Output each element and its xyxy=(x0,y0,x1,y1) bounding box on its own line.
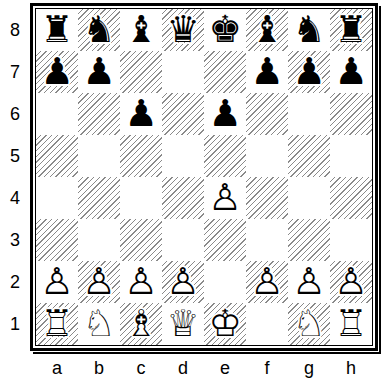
square-b3[interactable] xyxy=(78,219,120,261)
white-pawn-icon: ♟♙ xyxy=(78,261,120,303)
file-label-h: h xyxy=(330,355,372,381)
rank-label-8: 8 xyxy=(0,9,30,51)
square-a3[interactable] xyxy=(36,219,78,261)
square-a8[interactable]: ♜♜ xyxy=(36,9,78,51)
black-pawn-icon: ♟♟ xyxy=(78,51,120,93)
file-labels: abcdefgh xyxy=(30,355,378,381)
square-g8[interactable]: ♞♞ xyxy=(288,9,330,51)
white-rook-icon: ♜♖ xyxy=(36,303,78,345)
square-e1[interactable]: ♚♔ xyxy=(204,303,246,345)
rank-label-3: 3 xyxy=(0,219,30,261)
rank-label-1: 1 xyxy=(0,303,30,345)
square-g1[interactable]: ♞♘ xyxy=(288,303,330,345)
square-d2[interactable]: ♟♙ xyxy=(162,261,204,303)
white-pawn-icon: ♟♙ xyxy=(330,261,372,303)
square-f1[interactable] xyxy=(246,303,288,345)
square-b4[interactable] xyxy=(78,177,120,219)
square-h3[interactable] xyxy=(330,219,372,261)
file-label-d: d xyxy=(162,355,204,381)
square-f6[interactable] xyxy=(246,93,288,135)
square-d6[interactable] xyxy=(162,93,204,135)
square-a6[interactable] xyxy=(36,93,78,135)
square-b5[interactable] xyxy=(78,135,120,177)
black-rook-icon: ♜♜ xyxy=(330,9,372,51)
white-knight-icon: ♞♘ xyxy=(78,303,120,345)
square-a5[interactable] xyxy=(36,135,78,177)
square-f7[interactable]: ♟♟ xyxy=(246,51,288,93)
file-label-a: a xyxy=(36,355,78,381)
white-pawn-icon: ♟♙ xyxy=(162,261,204,303)
square-a1[interactable]: ♜♖ xyxy=(36,303,78,345)
white-rook-icon: ♜♖ xyxy=(330,303,372,345)
black-pawn-icon: ♟♟ xyxy=(204,93,246,135)
square-d7[interactable] xyxy=(162,51,204,93)
square-h5[interactable] xyxy=(330,135,372,177)
square-d4[interactable] xyxy=(162,177,204,219)
square-b1[interactable]: ♞♘ xyxy=(78,303,120,345)
square-c5[interactable] xyxy=(120,135,162,177)
square-h4[interactable] xyxy=(330,177,372,219)
black-pawn-icon: ♟♟ xyxy=(330,51,372,93)
square-c4[interactable] xyxy=(120,177,162,219)
square-a4[interactable] xyxy=(36,177,78,219)
square-c7[interactable] xyxy=(120,51,162,93)
square-b8[interactable]: ♞♞ xyxy=(78,9,120,51)
square-g7[interactable]: ♟♟ xyxy=(288,51,330,93)
square-e7[interactable] xyxy=(204,51,246,93)
square-b2[interactable]: ♟♙ xyxy=(78,261,120,303)
file-label-e: e xyxy=(204,355,246,381)
square-c2[interactable]: ♟♙ xyxy=(120,261,162,303)
square-h2[interactable]: ♟♙ xyxy=(330,261,372,303)
square-g2[interactable]: ♟♙ xyxy=(288,261,330,303)
black-pawn-icon: ♟♟ xyxy=(120,93,162,135)
file-label-f: f xyxy=(246,355,288,381)
white-pawn-icon: ♟♙ xyxy=(120,261,162,303)
square-h6[interactable] xyxy=(330,93,372,135)
square-f3[interactable] xyxy=(246,219,288,261)
square-f5[interactable] xyxy=(246,135,288,177)
board: ♜♜♞♞♝♝♛♛♚♚♝♝♞♞♜♜♟♟♟♟♟♟♟♟♟♟♟♟♟♟♟♙♟♙♟♙♟♙♟♙… xyxy=(35,8,373,346)
square-f2[interactable]: ♟♙ xyxy=(246,261,288,303)
square-g3[interactable] xyxy=(288,219,330,261)
square-e5[interactable] xyxy=(204,135,246,177)
white-knight-icon: ♞♘ xyxy=(288,303,330,345)
black-bishop-icon: ♝♝ xyxy=(246,9,288,51)
square-e6[interactable]: ♟♟ xyxy=(204,93,246,135)
black-queen-icon: ♛♛ xyxy=(162,9,204,51)
black-pawn-icon: ♟♟ xyxy=(288,51,330,93)
square-g6[interactable] xyxy=(288,93,330,135)
white-queen-icon: ♛♕ xyxy=(162,303,204,345)
white-bishop-icon: ♝♗ xyxy=(120,303,162,345)
square-b6[interactable] xyxy=(78,93,120,135)
square-e8[interactable]: ♚♚ xyxy=(204,9,246,51)
square-h7[interactable]: ♟♟ xyxy=(330,51,372,93)
rank-label-4: 4 xyxy=(0,177,30,219)
square-a2[interactable]: ♟♙ xyxy=(36,261,78,303)
square-d3[interactable] xyxy=(162,219,204,261)
square-d1[interactable]: ♛♕ xyxy=(162,303,204,345)
black-bishop-icon: ♝♝ xyxy=(120,9,162,51)
square-f4[interactable] xyxy=(246,177,288,219)
square-e2[interactable] xyxy=(204,261,246,303)
square-g5[interactable] xyxy=(288,135,330,177)
file-label-c: c xyxy=(120,355,162,381)
black-pawn-icon: ♟♟ xyxy=(246,51,288,93)
black-knight-icon: ♞♞ xyxy=(288,9,330,51)
rank-label-7: 7 xyxy=(0,51,30,93)
rank-label-5: 5 xyxy=(0,135,30,177)
square-b7[interactable]: ♟♟ xyxy=(78,51,120,93)
black-rook-icon: ♜♜ xyxy=(36,9,78,51)
square-h1[interactable]: ♜♖ xyxy=(330,303,372,345)
file-label-g: g xyxy=(288,355,330,381)
square-e4[interactable]: ♟♙ xyxy=(204,177,246,219)
rank-label-6: 6 xyxy=(0,93,30,135)
square-d8[interactable]: ♛♛ xyxy=(162,9,204,51)
square-a7[interactable]: ♟♟ xyxy=(36,51,78,93)
white-pawn-icon: ♟♙ xyxy=(204,177,246,219)
black-pawn-icon: ♟♟ xyxy=(36,51,78,93)
white-king-icon: ♚♔ xyxy=(204,303,246,345)
white-pawn-icon: ♟♙ xyxy=(288,261,330,303)
square-c6[interactable]: ♟♟ xyxy=(120,93,162,135)
square-d5[interactable] xyxy=(162,135,204,177)
square-g4[interactable] xyxy=(288,177,330,219)
square-f8[interactable]: ♝♝ xyxy=(246,9,288,51)
white-pawn-icon: ♟♙ xyxy=(36,261,78,303)
square-e3[interactable] xyxy=(204,219,246,261)
chess-diagram: 87654321 ♜♜♞♞♝♝♛♛♚♚♝♝♞♞♜♜♟♟♟♟♟♟♟♟♟♟♟♟♟♟♟… xyxy=(0,0,386,381)
square-c3[interactable] xyxy=(120,219,162,261)
square-c8[interactable]: ♝♝ xyxy=(120,9,162,51)
rank-label-2: 2 xyxy=(0,261,30,303)
square-c1[interactable]: ♝♗ xyxy=(120,303,162,345)
black-knight-icon: ♞♞ xyxy=(78,9,120,51)
file-label-b: b xyxy=(78,355,120,381)
square-h8[interactable]: ♜♜ xyxy=(330,9,372,51)
white-pawn-icon: ♟♙ xyxy=(246,261,288,303)
board-frame: ♜♜♞♞♝♝♛♛♚♚♝♝♞♞♜♜♟♟♟♟♟♟♟♟♟♟♟♟♟♟♟♙♟♙♟♙♟♙♟♙… xyxy=(30,3,378,351)
black-king-icon: ♚♚ xyxy=(204,9,246,51)
rank-labels: 87654321 xyxy=(0,0,30,345)
